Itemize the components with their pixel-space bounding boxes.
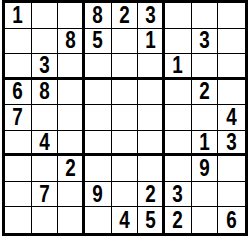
given-digit: 2: [173, 209, 183, 232]
cell-r9c6: 5: [138, 207, 165, 233]
given-digit: 3: [39, 54, 49, 77]
given-digit: 8: [65, 29, 75, 52]
cell-r6c7[interactable]: [165, 131, 192, 157]
sudoku-board: 1823851331682744132979234526: [2, 0, 248, 236]
given-digit: 2: [65, 157, 75, 180]
cell-r8c6: 2: [138, 182, 165, 208]
cell-r3c1[interactable]: [5, 54, 32, 80]
cell-r9c4[interactable]: [85, 207, 112, 233]
cell-r6c5[interactable]: [112, 131, 139, 157]
given-digit: 6: [13, 80, 23, 103]
given-digit: 1: [199, 131, 209, 154]
cell-r3c5[interactable]: [112, 54, 139, 80]
given-digit: 9: [199, 157, 209, 180]
cell-r6c1[interactable]: [5, 131, 32, 157]
cell-r9c1[interactable]: [5, 207, 32, 233]
cell-r1c7[interactable]: [165, 3, 192, 29]
given-digit: 3: [145, 4, 155, 27]
cell-r3c7: 1: [165, 54, 192, 80]
given-digit: 8: [93, 4, 103, 27]
cell-r1c1: 1: [5, 3, 32, 29]
cell-r5c2[interactable]: [32, 105, 59, 131]
cell-r4c9[interactable]: [218, 80, 245, 106]
cell-r8c7: 3: [165, 182, 192, 208]
cell-r7c9[interactable]: [218, 156, 245, 182]
cell-r2c7[interactable]: [165, 29, 192, 55]
cell-r6c8: 1: [192, 131, 219, 157]
cell-r4c6[interactable]: [138, 80, 165, 106]
given-digit: 7: [13, 106, 23, 129]
cell-r9c7: 2: [165, 207, 192, 233]
cell-r4c8: 2: [192, 80, 219, 106]
cell-r2c4: 5: [85, 29, 112, 55]
given-digit: 3: [173, 183, 183, 206]
given-digit: 1: [173, 54, 183, 77]
given-digit: 3: [199, 29, 209, 52]
cell-r4c4[interactable]: [85, 80, 112, 106]
cell-r5c6[interactable]: [138, 105, 165, 131]
cell-r9c3[interactable]: [58, 207, 85, 233]
cell-r8c8[interactable]: [192, 182, 219, 208]
cell-r8c4: 9: [85, 182, 112, 208]
given-digit: 2: [119, 4, 129, 27]
cell-r2c1[interactable]: [5, 29, 32, 55]
cell-r8c5[interactable]: [112, 182, 139, 208]
cell-r5c7[interactable]: [165, 105, 192, 131]
given-digit: 8: [39, 80, 49, 103]
cell-r9c2[interactable]: [32, 207, 59, 233]
cell-r7c8: 9: [192, 156, 219, 182]
cell-r8c1[interactable]: [5, 182, 32, 208]
given-digit: 5: [145, 209, 155, 232]
cell-r1c8[interactable]: [192, 3, 219, 29]
given-digit: 7: [39, 183, 49, 206]
cell-r6c6[interactable]: [138, 131, 165, 157]
cell-r8c3[interactable]: [58, 182, 85, 208]
cell-r9c8[interactable]: [192, 207, 219, 233]
given-digit: 5: [93, 29, 103, 52]
cell-r9c5: 4: [112, 207, 139, 233]
cell-r6c4[interactable]: [85, 131, 112, 157]
cell-r6c3[interactable]: [58, 131, 85, 157]
cell-r2c9[interactable]: [218, 29, 245, 55]
given-digit: 2: [199, 80, 209, 103]
cell-r7c3: 2: [58, 156, 85, 182]
cell-r2c2[interactable]: [32, 29, 59, 55]
given-digit: 4: [119, 209, 129, 232]
cell-r3c2: 3: [32, 54, 59, 80]
cell-r3c3[interactable]: [58, 54, 85, 80]
cell-r4c5[interactable]: [112, 80, 139, 106]
cell-r4c7[interactable]: [165, 80, 192, 106]
cell-r7c6[interactable]: [138, 156, 165, 182]
given-digit: 4: [226, 106, 236, 129]
given-digit: 1: [13, 4, 23, 27]
cell-r3c8[interactable]: [192, 54, 219, 80]
cell-r8c2: 7: [32, 182, 59, 208]
cell-r5c9: 4: [218, 105, 245, 131]
cell-r7c4[interactable]: [85, 156, 112, 182]
cell-r5c5[interactable]: [112, 105, 139, 131]
cell-r5c3[interactable]: [58, 105, 85, 131]
cell-r2c6: 1: [138, 29, 165, 55]
cell-r1c6: 3: [138, 3, 165, 29]
cell-r7c1[interactable]: [5, 156, 32, 182]
cell-r5c1: 7: [5, 105, 32, 131]
cell-r9c9: 6: [218, 207, 245, 233]
cell-r5c8[interactable]: [192, 105, 219, 131]
given-digit: 2: [145, 183, 155, 206]
cell-r1c5: 2: [112, 3, 139, 29]
cell-r1c9[interactable]: [218, 3, 245, 29]
cell-r1c4: 8: [85, 3, 112, 29]
cell-r2c3: 8: [58, 29, 85, 55]
given-digit: 4: [39, 131, 49, 154]
given-digit: 1: [145, 29, 155, 52]
given-digit: 6: [226, 209, 236, 232]
given-digit: 9: [93, 183, 103, 206]
cell-r8c9[interactable]: [218, 182, 245, 208]
cell-r6c9: 3: [218, 131, 245, 157]
cell-r4c3[interactable]: [58, 80, 85, 106]
cell-r4c2: 8: [32, 80, 59, 106]
cell-r3c6[interactable]: [138, 54, 165, 80]
cell-r7c5[interactable]: [112, 156, 139, 182]
cell-r1c2[interactable]: [32, 3, 59, 29]
cell-r6c2: 4: [32, 131, 59, 157]
cell-r2c5[interactable]: [112, 29, 139, 55]
cell-r7c2[interactable]: [32, 156, 59, 182]
cell-r3c9[interactable]: [218, 54, 245, 80]
cell-r3c4[interactable]: [85, 54, 112, 80]
given-digit: 3: [226, 131, 236, 154]
cell-r4c1: 6: [5, 80, 32, 106]
cell-r2c8: 3: [192, 29, 219, 55]
cell-r1c3[interactable]: [58, 3, 85, 29]
cell-r7c7[interactable]: [165, 156, 192, 182]
cell-r5c4[interactable]: [85, 105, 112, 131]
